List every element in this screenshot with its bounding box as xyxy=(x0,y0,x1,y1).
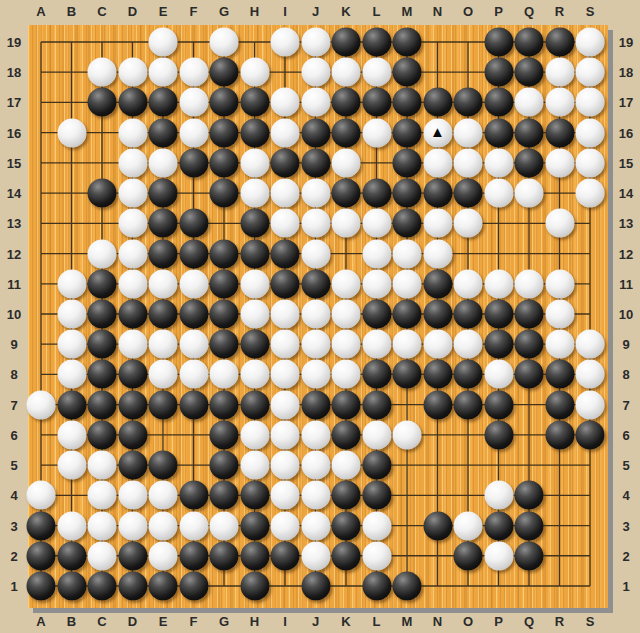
stone-K6[interactable] xyxy=(332,420,361,449)
stone-Q10[interactable] xyxy=(515,299,544,328)
stone-K13[interactable] xyxy=(332,209,361,238)
stone-H3[interactable] xyxy=(240,511,269,540)
stone-A1[interactable] xyxy=(27,571,56,600)
stone-G14[interactable] xyxy=(210,179,239,208)
stone-M18[interactable] xyxy=(393,58,422,87)
stone-O17[interactable] xyxy=(454,88,483,117)
column-label-bottom-C: C xyxy=(97,614,106,629)
stone-M17[interactable] xyxy=(393,88,422,117)
row-label-right-15: 15 xyxy=(619,155,633,170)
stone-I15[interactable] xyxy=(271,148,300,177)
stone-P11[interactable] xyxy=(484,269,513,298)
column-label-top-K: K xyxy=(341,4,350,19)
stone-K15[interactable] xyxy=(332,148,361,177)
stone-P19[interactable] xyxy=(484,28,513,57)
triangle-marker: ▲ xyxy=(430,125,445,140)
stone-R10[interactable] xyxy=(545,299,574,328)
stone-L5[interactable] xyxy=(362,451,391,480)
stone-G3[interactable] xyxy=(210,511,239,540)
stone-E3[interactable] xyxy=(149,511,178,540)
stone-G4[interactable] xyxy=(210,481,239,510)
stone-S15[interactable] xyxy=(576,148,605,177)
stone-H15[interactable] xyxy=(240,148,269,177)
stone-P3[interactable] xyxy=(484,511,513,540)
stone-L18[interactable] xyxy=(362,58,391,87)
stone-L16[interactable] xyxy=(362,118,391,147)
stone-L14[interactable] xyxy=(362,179,391,208)
stone-D18[interactable] xyxy=(118,58,147,87)
stone-C9[interactable] xyxy=(88,330,117,359)
stone-K4[interactable] xyxy=(332,481,361,510)
stone-E2[interactable] xyxy=(149,541,178,570)
stone-H18[interactable] xyxy=(240,58,269,87)
stone-H9[interactable] xyxy=(240,330,269,359)
stone-D1[interactable] xyxy=(118,571,147,600)
column-label-top-R: R xyxy=(555,4,564,19)
stone-O9[interactable] xyxy=(454,330,483,359)
stone-E4[interactable] xyxy=(149,481,178,510)
stone-Q15[interactable] xyxy=(515,148,544,177)
stone-I10[interactable] xyxy=(271,299,300,328)
stone-E13[interactable] xyxy=(149,209,178,238)
stone-H12[interactable] xyxy=(240,239,269,268)
column-label-top-Q: Q xyxy=(524,4,534,19)
stone-J15[interactable] xyxy=(301,148,330,177)
stone-E15[interactable] xyxy=(149,148,178,177)
stone-N10[interactable] xyxy=(423,299,452,328)
stone-S19[interactable] xyxy=(576,28,605,57)
column-label-bottom-A: A xyxy=(36,614,45,629)
stone-I6[interactable] xyxy=(271,420,300,449)
stone-D9[interactable] xyxy=(118,330,147,359)
stone-R6[interactable] xyxy=(545,420,574,449)
stone-K17[interactable] xyxy=(332,88,361,117)
stone-L11[interactable] xyxy=(362,269,391,298)
stone-O7[interactable] xyxy=(454,390,483,419)
stone-N16[interactable]: ▲ xyxy=(423,118,452,147)
stone-G17[interactable] xyxy=(210,88,239,117)
stone-L8[interactable] xyxy=(362,360,391,389)
stone-J7[interactable] xyxy=(301,390,330,419)
stone-J4[interactable] xyxy=(301,481,330,510)
stone-I16[interactable] xyxy=(271,118,300,147)
stone-R16[interactable] xyxy=(545,118,574,147)
stone-L10[interactable] xyxy=(362,299,391,328)
stone-E1[interactable] xyxy=(149,571,178,600)
stone-K14[interactable] xyxy=(332,179,361,208)
stone-I5[interactable] xyxy=(271,451,300,480)
stone-D12[interactable] xyxy=(118,239,147,268)
stone-E18[interactable] xyxy=(149,58,178,87)
stone-C2[interactable] xyxy=(88,541,117,570)
stone-M19[interactable] xyxy=(393,28,422,57)
stone-F10[interactable] xyxy=(179,299,208,328)
stone-Q3[interactable] xyxy=(515,511,544,540)
stone-K19[interactable] xyxy=(332,28,361,57)
stone-J2[interactable] xyxy=(301,541,330,570)
stone-C3[interactable] xyxy=(88,511,117,540)
stone-D5[interactable] xyxy=(118,451,147,480)
stone-P6[interactable] xyxy=(484,420,513,449)
stone-M14[interactable] xyxy=(393,179,422,208)
stone-J10[interactable] xyxy=(301,299,330,328)
stone-P16[interactable] xyxy=(484,118,513,147)
stone-B6[interactable] xyxy=(57,420,86,449)
stone-S9[interactable] xyxy=(576,330,605,359)
column-label-bottom-G: G xyxy=(219,614,229,629)
stone-A7[interactable] xyxy=(27,390,56,419)
stone-F4[interactable] xyxy=(179,481,208,510)
stone-J13[interactable] xyxy=(301,209,330,238)
stone-E9[interactable] xyxy=(149,330,178,359)
stone-R11[interactable] xyxy=(545,269,574,298)
stone-F18[interactable] xyxy=(179,58,208,87)
stone-E16[interactable] xyxy=(149,118,178,147)
stone-Q2[interactable] xyxy=(515,541,544,570)
column-label-bottom-J: J xyxy=(312,614,319,629)
stone-R8[interactable] xyxy=(545,360,574,389)
stone-N13[interactable] xyxy=(423,209,452,238)
stone-L6[interactable] xyxy=(362,420,391,449)
stone-R13[interactable] xyxy=(545,209,574,238)
stone-B7[interactable] xyxy=(57,390,86,419)
stone-P7[interactable] xyxy=(484,390,513,419)
stone-M6[interactable] xyxy=(393,420,422,449)
stone-P15[interactable] xyxy=(484,148,513,177)
stone-L1[interactable] xyxy=(362,571,391,600)
column-label-top-S: S xyxy=(586,4,595,19)
stone-B2[interactable] xyxy=(57,541,86,570)
stone-P17[interactable] xyxy=(484,88,513,117)
stone-H8[interactable] xyxy=(240,360,269,389)
stone-P8[interactable] xyxy=(484,360,513,389)
stone-E5[interactable] xyxy=(149,451,178,480)
stone-D6[interactable] xyxy=(118,420,147,449)
stone-I13[interactable] xyxy=(271,209,300,238)
stone-L12[interactable] xyxy=(362,239,391,268)
stone-O3[interactable] xyxy=(454,511,483,540)
column-label-top-O: O xyxy=(463,4,473,19)
row-label-right-13: 13 xyxy=(619,216,633,231)
stone-F11[interactable] xyxy=(179,269,208,298)
stone-P14[interactable] xyxy=(484,179,513,208)
row-label-right-19: 19 xyxy=(619,35,633,50)
stone-D8[interactable] xyxy=(118,360,147,389)
stone-M9[interactable] xyxy=(393,330,422,359)
stone-E7[interactable] xyxy=(149,390,178,419)
stone-K16[interactable] xyxy=(332,118,361,147)
row-label-right-18: 18 xyxy=(619,65,633,80)
stone-H10[interactable] xyxy=(240,299,269,328)
row-label-right-3: 3 xyxy=(622,518,629,533)
stone-J12[interactable] xyxy=(301,239,330,268)
stone-G7[interactable] xyxy=(210,390,239,419)
stone-H13[interactable] xyxy=(240,209,269,238)
stone-J3[interactable] xyxy=(301,511,330,540)
stone-C1[interactable] xyxy=(88,571,117,600)
stone-G19[interactable] xyxy=(210,28,239,57)
stone-O14[interactable] xyxy=(454,179,483,208)
stone-B11[interactable] xyxy=(57,269,86,298)
stone-D10[interactable] xyxy=(118,299,147,328)
stone-M12[interactable] xyxy=(393,239,422,268)
stone-G11[interactable] xyxy=(210,269,239,298)
stone-J8[interactable] xyxy=(301,360,330,389)
stone-I3[interactable] xyxy=(271,511,300,540)
stone-Q9[interactable] xyxy=(515,330,544,359)
stone-S8[interactable] xyxy=(576,360,605,389)
stone-F16[interactable] xyxy=(179,118,208,147)
stone-B5[interactable] xyxy=(57,451,86,480)
stone-L3[interactable] xyxy=(362,511,391,540)
stone-R15[interactable] xyxy=(545,148,574,177)
stone-Q16[interactable] xyxy=(515,118,544,147)
stone-L17[interactable] xyxy=(362,88,391,117)
stone-H1[interactable] xyxy=(240,571,269,600)
stone-K8[interactable] xyxy=(332,360,361,389)
stone-Q11[interactable] xyxy=(515,269,544,298)
stone-G18[interactable] xyxy=(210,58,239,87)
stone-P18[interactable] xyxy=(484,58,513,87)
stone-I8[interactable] xyxy=(271,360,300,389)
stone-F7[interactable] xyxy=(179,390,208,419)
stone-J18[interactable] xyxy=(301,58,330,87)
stone-L4[interactable] xyxy=(362,481,391,510)
goban[interactable]: ▲ xyxy=(28,25,608,608)
stone-F2[interactable] xyxy=(179,541,208,570)
stone-I17[interactable] xyxy=(271,88,300,117)
stone-L19[interactable] xyxy=(362,28,391,57)
stone-P9[interactable] xyxy=(484,330,513,359)
stone-H17[interactable] xyxy=(240,88,269,117)
stone-O8[interactable] xyxy=(454,360,483,389)
stone-E11[interactable] xyxy=(149,269,178,298)
stone-C14[interactable] xyxy=(88,179,117,208)
stone-R17[interactable] xyxy=(545,88,574,117)
stone-C18[interactable] xyxy=(88,58,117,87)
row-label-left-18: 18 xyxy=(7,65,21,80)
row-label-left-16: 16 xyxy=(7,125,21,140)
stone-O13[interactable] xyxy=(454,209,483,238)
stone-Q4[interactable] xyxy=(515,481,544,510)
stone-R19[interactable] xyxy=(545,28,574,57)
stone-H5[interactable] xyxy=(240,451,269,480)
stone-B8[interactable] xyxy=(57,360,86,389)
stone-B16[interactable] xyxy=(57,118,86,147)
stone-K11[interactable] xyxy=(332,269,361,298)
stone-H4[interactable] xyxy=(240,481,269,510)
stone-R7[interactable] xyxy=(545,390,574,419)
stone-B9[interactable] xyxy=(57,330,86,359)
stone-E12[interactable] xyxy=(149,239,178,268)
column-label-bottom-S: S xyxy=(586,614,595,629)
stone-J6[interactable] xyxy=(301,420,330,449)
stone-J9[interactable] xyxy=(301,330,330,359)
stone-Q19[interactable] xyxy=(515,28,544,57)
stone-N7[interactable] xyxy=(423,390,452,419)
stone-K18[interactable] xyxy=(332,58,361,87)
stone-L9[interactable] xyxy=(362,330,391,359)
stone-F9[interactable] xyxy=(179,330,208,359)
stone-N17[interactable] xyxy=(423,88,452,117)
stone-E10[interactable] xyxy=(149,299,178,328)
stone-J19[interactable] xyxy=(301,28,330,57)
stone-S7[interactable] xyxy=(576,390,605,419)
row-label-left-12: 12 xyxy=(7,246,21,261)
row-label-left-11: 11 xyxy=(7,276,21,291)
stone-N8[interactable] xyxy=(423,360,452,389)
stone-F13[interactable] xyxy=(179,209,208,238)
stone-C12[interactable] xyxy=(88,239,117,268)
stone-J14[interactable] xyxy=(301,179,330,208)
stone-K10[interactable] xyxy=(332,299,361,328)
stone-Q8[interactable] xyxy=(515,360,544,389)
stone-C8[interactable] xyxy=(88,360,117,389)
stone-N9[interactable] xyxy=(423,330,452,359)
stone-K5[interactable] xyxy=(332,451,361,480)
stone-G5[interactable] xyxy=(210,451,239,480)
stone-P10[interactable] xyxy=(484,299,513,328)
stone-F12[interactable] xyxy=(179,239,208,268)
stone-J5[interactable] xyxy=(301,451,330,480)
stone-O16[interactable] xyxy=(454,118,483,147)
stone-B10[interactable] xyxy=(57,299,86,328)
stone-D13[interactable] xyxy=(118,209,147,238)
stone-D16[interactable] xyxy=(118,118,147,147)
stone-M16[interactable] xyxy=(393,118,422,147)
stone-O2[interactable] xyxy=(454,541,483,570)
stone-M13[interactable] xyxy=(393,209,422,238)
stone-Q14[interactable] xyxy=(515,179,544,208)
stone-C7[interactable] xyxy=(88,390,117,419)
stone-D4[interactable] xyxy=(118,481,147,510)
stone-P4[interactable] xyxy=(484,481,513,510)
row-label-left-6: 6 xyxy=(10,427,17,442)
stone-F15[interactable] xyxy=(179,148,208,177)
stone-S18[interactable] xyxy=(576,58,605,87)
stone-G2[interactable] xyxy=(210,541,239,570)
stone-Q17[interactable] xyxy=(515,88,544,117)
stone-B1[interactable] xyxy=(57,571,86,600)
stone-A3[interactable] xyxy=(27,511,56,540)
stone-D17[interactable] xyxy=(118,88,147,117)
stone-G15[interactable] xyxy=(210,148,239,177)
stone-G10[interactable] xyxy=(210,299,239,328)
column-label-top-E: E xyxy=(159,4,168,19)
stone-D2[interactable] xyxy=(118,541,147,570)
stone-M11[interactable] xyxy=(393,269,422,298)
stone-E17[interactable] xyxy=(149,88,178,117)
stone-S6[interactable] xyxy=(576,420,605,449)
stone-N11[interactable] xyxy=(423,269,452,298)
stone-L2[interactable] xyxy=(362,541,391,570)
stone-G9[interactable] xyxy=(210,330,239,359)
stone-D11[interactable] xyxy=(118,269,147,298)
stone-C17[interactable] xyxy=(88,88,117,117)
stone-I11[interactable] xyxy=(271,269,300,298)
stone-A4[interactable] xyxy=(27,481,56,510)
stone-E8[interactable] xyxy=(149,360,178,389)
stone-R9[interactable] xyxy=(545,330,574,359)
stone-Q18[interactable] xyxy=(515,58,544,87)
stone-J17[interactable] xyxy=(301,88,330,117)
stone-C6[interactable] xyxy=(88,420,117,449)
stone-I19[interactable] xyxy=(271,28,300,57)
stone-I9[interactable] xyxy=(271,330,300,359)
stone-I12[interactable] xyxy=(271,239,300,268)
stone-R18[interactable] xyxy=(545,58,574,87)
stone-S16[interactable] xyxy=(576,118,605,147)
stone-H14[interactable] xyxy=(240,179,269,208)
stone-K3[interactable] xyxy=(332,511,361,540)
stone-H6[interactable] xyxy=(240,420,269,449)
column-label-top-B: B xyxy=(67,4,76,19)
stone-L13[interactable] xyxy=(362,209,391,238)
stone-A2[interactable] xyxy=(27,541,56,570)
stone-K9[interactable] xyxy=(332,330,361,359)
stone-J16[interactable] xyxy=(301,118,330,147)
stone-D14[interactable] xyxy=(118,179,147,208)
stone-F1[interactable] xyxy=(179,571,208,600)
stone-L7[interactable] xyxy=(362,390,391,419)
stone-I4[interactable] xyxy=(271,481,300,510)
stone-I7[interactable] xyxy=(271,390,300,419)
stone-D3[interactable] xyxy=(118,511,147,540)
stone-G12[interactable] xyxy=(210,239,239,268)
stone-N15[interactable] xyxy=(423,148,452,177)
stone-N14[interactable] xyxy=(423,179,452,208)
stone-O11[interactable] xyxy=(454,269,483,298)
stone-S17[interactable] xyxy=(576,88,605,117)
stone-D7[interactable] xyxy=(118,390,147,419)
stone-F17[interactable] xyxy=(179,88,208,117)
stone-N3[interactable] xyxy=(423,511,452,540)
stone-I2[interactable] xyxy=(271,541,300,570)
stone-C5[interactable] xyxy=(88,451,117,480)
stone-I14[interactable] xyxy=(271,179,300,208)
stone-O15[interactable] xyxy=(454,148,483,177)
stone-G6[interactable] xyxy=(210,420,239,449)
stone-F3[interactable] xyxy=(179,511,208,540)
stone-J1[interactable] xyxy=(301,571,330,600)
stone-D15[interactable] xyxy=(118,148,147,177)
stone-M15[interactable] xyxy=(393,148,422,177)
stone-M8[interactable] xyxy=(393,360,422,389)
stone-C4[interactable] xyxy=(88,481,117,510)
stone-H2[interactable] xyxy=(240,541,269,570)
stone-N12[interactable] xyxy=(423,239,452,268)
stone-G16[interactable] xyxy=(210,118,239,147)
stone-B3[interactable] xyxy=(57,511,86,540)
stone-H16[interactable] xyxy=(240,118,269,147)
stone-O10[interactable] xyxy=(454,299,483,328)
stone-K2[interactable] xyxy=(332,541,361,570)
stone-E14[interactable] xyxy=(149,179,178,208)
stone-M1[interactable] xyxy=(393,571,422,600)
stone-M10[interactable] xyxy=(393,299,422,328)
stone-G8[interactable] xyxy=(210,360,239,389)
stone-C11[interactable] xyxy=(88,269,117,298)
stone-F8[interactable] xyxy=(179,360,208,389)
stone-J11[interactable] xyxy=(301,269,330,298)
stone-H11[interactable] xyxy=(240,269,269,298)
stone-P2[interactable] xyxy=(484,541,513,570)
stone-S14[interactable] xyxy=(576,179,605,208)
stone-E19[interactable] xyxy=(149,28,178,57)
stone-H7[interactable] xyxy=(240,390,269,419)
stone-K7[interactable] xyxy=(332,390,361,419)
stone-C10[interactable] xyxy=(88,299,117,328)
